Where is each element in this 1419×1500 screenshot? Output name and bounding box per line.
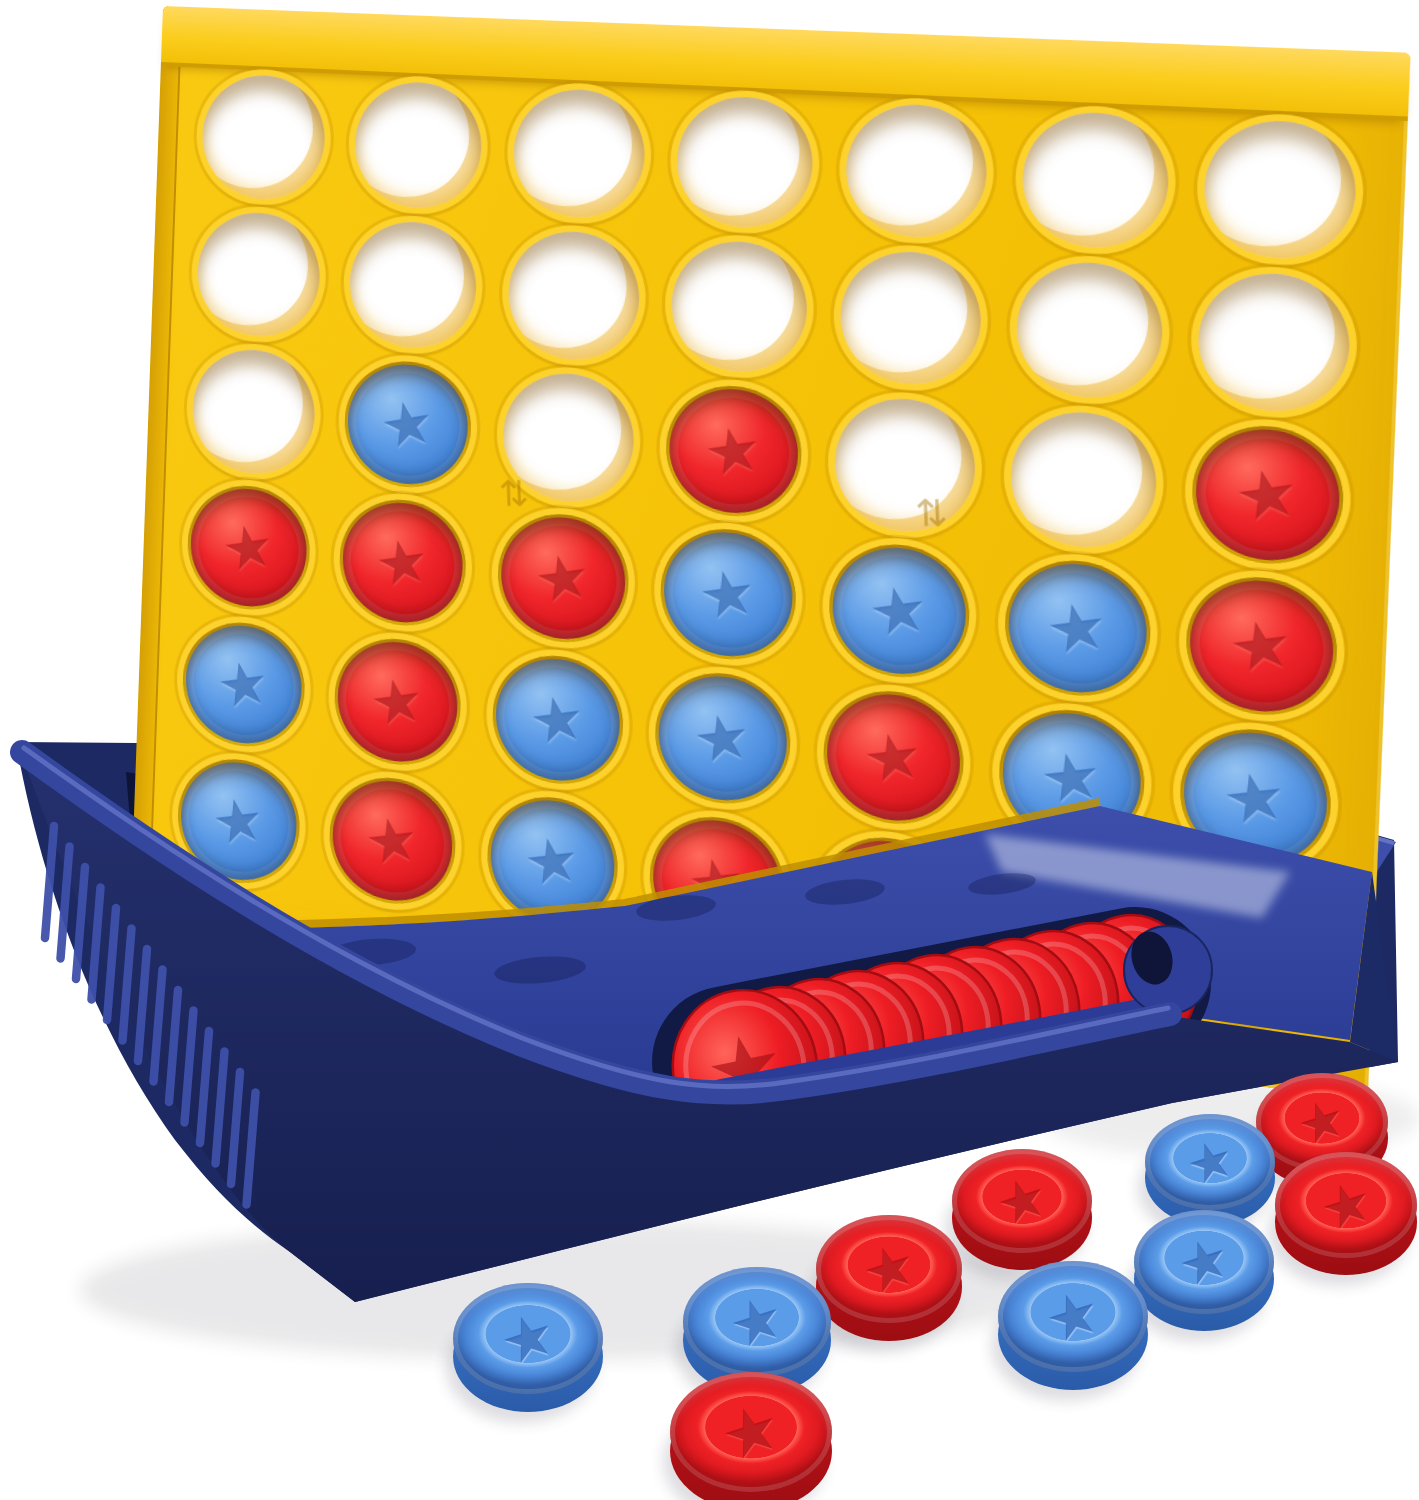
- star-emboss-icon: ★: [1180, 1130, 1240, 1194]
- disc-face: ★: [1134, 1210, 1274, 1314]
- star-emboss-icon: ★: [855, 1233, 923, 1305]
- star-emboss-icon: ★: [1171, 1228, 1236, 1297]
- disc-face: ★: [1145, 1114, 1275, 1210]
- loose-blue-disc-5: ★: [1134, 1210, 1274, 1330]
- loose-red-disc-6: ★: [816, 1215, 962, 1341]
- connect4-product-photo: ★★★★★★★★★★★★★★★★★★★★★★★★ ⇅ ⇅ ★ ★★★★★★★★★…: [0, 0, 1419, 1500]
- star-emboss-icon: ★: [1291, 1090, 1352, 1155]
- disc-face: ★: [683, 1267, 831, 1377]
- star-emboss-icon: ★: [989, 1167, 1054, 1236]
- star-emboss-icon: ★: [713, 1392, 788, 1472]
- base-rib-1: [45, 826, 54, 938]
- disc-face: ★: [453, 1283, 603, 1394]
- disc-face: ★: [816, 1215, 962, 1323]
- loose-red-disc-4: ★: [1275, 1152, 1417, 1274]
- star-emboss-icon: ★: [723, 1286, 792, 1359]
- disc-face: ★: [670, 1372, 832, 1492]
- star-emboss-icon: ★: [493, 1301, 563, 1375]
- disc-face: ★: [952, 1149, 1092, 1253]
- loose-red-disc-10: ★: [670, 1372, 832, 1500]
- base-rib-2: [61, 847, 70, 959]
- loose-blue-disc-7: ★: [998, 1261, 1148, 1390]
- loose-blue-disc-9: ★: [453, 1283, 603, 1412]
- loose-red-disc-3: ★: [952, 1149, 1092, 1269]
- star-emboss-icon: ★: [1038, 1279, 1108, 1353]
- star-emboss-icon: ★: [1313, 1170, 1379, 1240]
- disc-face: ★: [998, 1261, 1148, 1372]
- disc-face: ★: [1275, 1152, 1417, 1257]
- loose-blue-disc-2: ★: [1145, 1114, 1275, 1226]
